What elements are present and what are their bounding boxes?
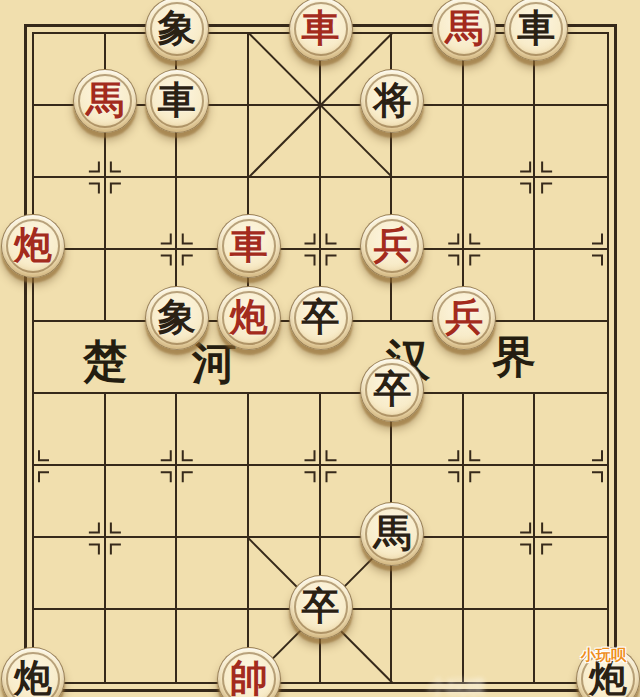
- board-cell: [535, 394, 607, 466]
- board-cell: [464, 466, 536, 538]
- piece-black-elephant[interactable]: 象: [145, 0, 209, 61]
- piece-red-horse[interactable]: 馬: [73, 69, 137, 133]
- piece-black-soldier[interactable]: 卒: [360, 358, 424, 422]
- piece-black-soldier[interactable]: 卒: [289, 286, 353, 350]
- xiangqi-board: 楚 河 汉 界 象車馬車馬車将炮車兵象炮卒兵卒馬卒炮帥炮 小玩呗 小玩呗: [0, 0, 640, 697]
- board-cell: [392, 610, 464, 682]
- piece-glyph: 兵: [373, 226, 411, 264]
- board-cell: [177, 394, 249, 466]
- board-cell: [464, 538, 536, 610]
- board-cell: [535, 178, 607, 250]
- piece-red-soldier[interactable]: 兵: [432, 286, 496, 350]
- piece-glyph: 帥: [230, 659, 268, 697]
- piece-glyph: 馬: [373, 514, 411, 552]
- river-label-jie: 界: [492, 335, 536, 379]
- board-cell: [249, 466, 321, 538]
- board-cell: [535, 538, 607, 610]
- river-cell: [535, 322, 607, 394]
- piece-red-soldier[interactable]: 兵: [360, 214, 424, 278]
- river-label-he: 河: [192, 341, 236, 385]
- piece-glyph: 車: [230, 226, 268, 264]
- board-cell: [34, 394, 106, 466]
- board-cell: [106, 610, 178, 682]
- river-label-chu: 楚: [83, 339, 127, 383]
- piece-black-chariot[interactable]: 車: [145, 69, 209, 133]
- piece-glyph: 卒: [302, 298, 340, 336]
- board-cell: [464, 178, 536, 250]
- piece-black-soldier[interactable]: 卒: [289, 575, 353, 639]
- board-cell: [177, 538, 249, 610]
- piece-glyph: 象: [158, 298, 196, 336]
- board-cell: [106, 394, 178, 466]
- board-cell: [106, 538, 178, 610]
- piece-glyph: 車: [517, 9, 555, 47]
- board-cell: [106, 178, 178, 250]
- piece-glyph: 馬: [86, 81, 124, 119]
- piece-glyph: 炮: [14, 226, 52, 264]
- piece-glyph: 車: [158, 81, 196, 119]
- piece-glyph: 炮: [230, 298, 268, 336]
- piece-glyph: 車: [302, 9, 340, 47]
- piece-black-elephant[interactable]: 象: [145, 286, 209, 350]
- board-cell: [464, 106, 536, 178]
- board-cell: [249, 106, 321, 178]
- piece-glyph: 兵: [445, 298, 483, 336]
- board-cell: [177, 466, 249, 538]
- board-cell: [106, 466, 178, 538]
- piece-glyph: 炮: [14, 659, 52, 697]
- piece-glyph: 卒: [302, 587, 340, 625]
- board-cell: [535, 106, 607, 178]
- watermark-badge: 小玩呗: [581, 646, 639, 665]
- piece-red-cannon[interactable]: 炮: [217, 286, 281, 350]
- board-cell: [535, 250, 607, 322]
- board-cell: [464, 610, 536, 682]
- piece-glyph: 馬: [445, 9, 483, 47]
- piece-red-chariot[interactable]: 車: [289, 0, 353, 61]
- piece-red-chariot[interactable]: 車: [217, 214, 281, 278]
- piece-glyph: 象: [158, 9, 196, 47]
- board-cell: [34, 538, 106, 610]
- board-cell: [249, 394, 321, 466]
- watermark-smear: 小玩呗: [428, 675, 608, 697]
- board-cell: [464, 394, 536, 466]
- piece-glyph: 卒: [373, 370, 411, 408]
- board-cell: [34, 466, 106, 538]
- piece-red-cannon[interactable]: 炮: [1, 214, 65, 278]
- piece-glyph: 将: [373, 81, 411, 119]
- board-cell: [535, 466, 607, 538]
